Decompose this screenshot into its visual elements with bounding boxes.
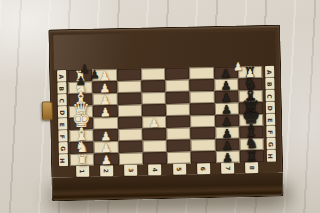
file-label-left-f-tab: F — [58, 130, 67, 142]
black-knight: ♞ — [245, 136, 259, 151]
file-label-right-d: D — [263, 102, 277, 114]
file-label-right-c-tab: C — [265, 90, 274, 102]
black-rook: ♜ — [245, 149, 258, 163]
square-f8[interactable]: ♝ — [239, 126, 263, 139]
file-label-right-c: C — [263, 90, 277, 102]
square-g3[interactable] — [118, 141, 142, 154]
square-f2[interactable]: ♟ — [94, 129, 118, 142]
file-label-left-e: E — [55, 118, 69, 130]
square-d7[interactable]: ♟ — [214, 102, 238, 115]
square-c1[interactable]: ♝ — [69, 94, 93, 107]
board-frame-corner-left — [56, 166, 70, 177]
square-c8[interactable]: ♝ — [238, 90, 262, 103]
file-label-left-e-tab: E — [58, 118, 67, 130]
white-pawn: ♟ — [101, 154, 112, 166]
square-e6[interactable] — [190, 115, 214, 128]
square-f4[interactable] — [142, 128, 166, 141]
white-rook: ♜ — [76, 153, 89, 167]
square-a1[interactable]: ♜ — [68, 70, 92, 83]
square-h6[interactable] — [191, 151, 215, 164]
square-b6[interactable] — [190, 79, 214, 92]
square-d5[interactable] — [166, 103, 190, 116]
rank-label-3: 3 — [119, 164, 143, 176]
rank-label-7-tab: 7 — [221, 163, 234, 174]
file-label-left-a: A — [54, 70, 68, 82]
rank-label-7: 7 — [216, 162, 240, 174]
square-h8[interactable]: ♜ — [240, 150, 264, 163]
board-frame-corner-right — [264, 162, 278, 173]
square-g6[interactable] — [191, 139, 215, 152]
file-label-left-d: D — [55, 106, 69, 118]
square-e1[interactable]: ♚ — [69, 118, 93, 131]
square-f1[interactable]: ♝ — [69, 130, 93, 143]
file-label-left-c: C — [55, 94, 69, 106]
square-g7[interactable]: ♟ — [215, 138, 239, 151]
square-b4[interactable] — [141, 80, 165, 93]
square-g8[interactable]: ♞ — [239, 138, 263, 151]
square-d8[interactable]: ♛ — [239, 102, 263, 115]
rank-label-4: 4 — [143, 164, 167, 176]
square-h2[interactable]: ♟ — [94, 153, 118, 166]
file-label-right-b: B — [262, 78, 276, 90]
square-c4[interactable] — [141, 92, 165, 105]
square-d6[interactable] — [190, 103, 214, 116]
square-a5[interactable] — [165, 68, 189, 81]
board-inner: A♜♟♟♜AB♞♟♟♞BC♝♟♟♝CD♛♟♟♛DE♚♟♟♚EF♝♟♟♝FG♞♟♟… — [53, 31, 278, 178]
file-label-left-g: G — [56, 142, 70, 154]
file-label-right-g-tab: G — [266, 138, 275, 150]
rank-label-2-tab: 2 — [100, 165, 113, 176]
square-h4[interactable] — [143, 152, 167, 165]
square-b8[interactable]: ♞ — [238, 78, 262, 91]
rank-label-2: 2 — [94, 165, 118, 177]
square-b2[interactable]: ♟ — [93, 81, 117, 94]
file-label-right-e-tab: E — [266, 114, 275, 126]
rank-label-8: 8 — [240, 162, 264, 174]
file-label-left-d-tab: D — [57, 106, 66, 118]
file-label-right-f-tab: F — [266, 126, 275, 138]
file-label-left-a-tab: A — [57, 70, 66, 82]
file-label-left-f: F — [55, 130, 69, 142]
rank-label-6: 6 — [191, 163, 215, 175]
square-d2[interactable]: ♟ — [93, 105, 117, 118]
file-label-right-a-tab: A — [265, 66, 274, 78]
white-knight: ♞ — [74, 80, 88, 95]
square-c7[interactable]: ♟ — [214, 90, 238, 103]
square-c6[interactable] — [190, 91, 214, 104]
square-e3[interactable] — [118, 117, 142, 130]
square-d3[interactable] — [117, 105, 141, 118]
square-e5[interactable] — [166, 115, 190, 128]
square-g2[interactable]: ♟ — [94, 141, 118, 154]
file-label-left-h: H — [56, 154, 70, 166]
square-a4[interactable] — [141, 68, 165, 81]
square-d4[interactable] — [142, 104, 166, 117]
square-b3[interactable] — [117, 81, 141, 94]
square-e2[interactable] — [93, 117, 117, 130]
file-label-left-c-tab: C — [57, 94, 66, 106]
file-label-right-h: H — [264, 150, 278, 162]
board-surface: A♜♟♟♜AB♞♟♟♞BC♝♟♟♝CD♛♟♟♛DE♚♟♟♚EF♝♟♟♝FG♞♟♟… — [48, 25, 283, 178]
square-f3[interactable] — [118, 129, 142, 142]
square-d1[interactable]: ♛ — [69, 106, 93, 119]
lighting-overlay — [53, 31, 276, 71]
rank-label-4-tab: 4 — [148, 164, 161, 175]
rank-label-6-tab: 6 — [197, 163, 210, 174]
file-label-left-b: B — [54, 82, 68, 94]
square-f5[interactable] — [166, 127, 190, 140]
file-label-left-g-tab: G — [58, 142, 67, 154]
square-h5[interactable] — [167, 151, 191, 164]
rank-label-1-tab: 1 — [76, 166, 89, 177]
file-label-right-d-tab: D — [265, 102, 274, 114]
file-label-right-a: A — [262, 66, 276, 78]
rank-label-5-tab: 5 — [173, 164, 186, 175]
file-label-right-e: E — [263, 114, 277, 126]
square-g4[interactable] — [142, 140, 166, 153]
square-a2[interactable]: ♟ — [92, 69, 116, 82]
square-g1[interactable]: ♞ — [70, 142, 94, 155]
black-pawn: ♟ — [222, 152, 233, 164]
square-e8[interactable]: ♚ — [239, 114, 263, 127]
square-f7[interactable]: ♟ — [215, 126, 239, 139]
board-front-edge — [51, 173, 283, 202]
white-knight: ♞ — [75, 140, 89, 155]
square-b5[interactable] — [165, 79, 189, 92]
rank-label-5: 5 — [167, 163, 191, 175]
square-a8[interactable]: ♜ — [238, 66, 262, 79]
file-label-right-b-tab: B — [265, 78, 274, 90]
square-c5[interactable] — [166, 91, 190, 104]
square-a7[interactable]: ♟ — [214, 66, 238, 79]
square-c3[interactable] — [117, 93, 141, 106]
file-label-right-h-tab: H — [266, 150, 275, 162]
square-b1[interactable]: ♞ — [68, 82, 92, 95]
file-label-left-b-tab: B — [57, 82, 66, 94]
file-label-right-f: F — [263, 126, 277, 138]
square-g5[interactable] — [167, 139, 191, 152]
square-e4[interactable]: ♟ — [142, 116, 166, 129]
square-e7[interactable]: ♟ — [215, 114, 239, 127]
brass-clasp-icon — [42, 101, 53, 120]
square-h1[interactable]: ♜ — [70, 154, 94, 167]
photo-scene: A♜♟♟♜AB♞♟♟♞BC♝♟♟♝CD♛♟♟♛DE♚♟♟♚EF♝♟♟♝FG♞♟♟… — [0, 0, 320, 213]
rank-label-8-tab: 8 — [245, 162, 258, 173]
black-knight: ♞ — [243, 76, 257, 91]
square-h3[interactable] — [118, 152, 142, 165]
square-a3[interactable] — [117, 69, 141, 82]
square-c2[interactable]: ♟ — [93, 93, 117, 106]
square-a6[interactable] — [189, 67, 213, 80]
file-label-right-g: G — [264, 138, 278, 150]
rank-label-1: 1 — [70, 166, 94, 178]
rank-label-3-tab: 3 — [124, 165, 137, 176]
chess-board: A♜♟♟♜AB♞♟♟♞BC♝♟♟♝CD♛♟♟♛DE♚♟♟♚EF♝♟♟♝FG♞♟♟… — [48, 25, 284, 202]
square-f6[interactable] — [191, 127, 215, 140]
file-label-left-h-tab: H — [58, 154, 67, 166]
square-h7[interactable]: ♟ — [215, 150, 239, 163]
square-b7[interactable]: ♟ — [214, 78, 238, 91]
